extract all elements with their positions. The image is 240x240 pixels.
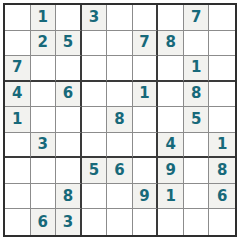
cell-r4c2[interactable]: [31, 82, 57, 108]
cell-r7c9: 8: [209, 158, 235, 184]
cell-r4c7[interactable]: [158, 82, 184, 108]
cell-r2c3: 5: [56, 31, 82, 57]
cell-r1c8: 7: [184, 5, 210, 31]
cell-r3c9[interactable]: [209, 56, 235, 82]
cell-r1c1[interactable]: [5, 5, 31, 31]
cell-r4c9[interactable]: [209, 82, 235, 108]
cell-r6c5[interactable]: [107, 133, 133, 159]
cell-r1c4: 3: [82, 5, 108, 31]
cell-r5c5: 8: [107, 107, 133, 133]
cell-r2c1[interactable]: [5, 31, 31, 57]
cell-r4c5[interactable]: [107, 82, 133, 108]
cell-r9c9[interactable]: [209, 209, 235, 235]
cell-r5c6[interactable]: [133, 107, 159, 133]
cell-r6c1[interactable]: [5, 133, 31, 159]
cell-r8c5[interactable]: [107, 184, 133, 210]
cell-r1c6[interactable]: [133, 5, 159, 31]
cell-r1c5[interactable]: [107, 5, 133, 31]
cell-r7c7: 9: [158, 158, 184, 184]
cell-r1c2: 1: [31, 5, 57, 31]
cell-r7c8[interactable]: [184, 158, 210, 184]
cell-r2c9[interactable]: [209, 31, 235, 57]
cell-r9c7[interactable]: [158, 209, 184, 235]
cell-r6c6[interactable]: [133, 133, 159, 159]
cell-r6c9: 1: [209, 133, 235, 159]
cell-r2c2: 2: [31, 31, 57, 57]
cell-r6c8[interactable]: [184, 133, 210, 159]
cell-r5c1: 1: [5, 107, 31, 133]
cell-r7c3[interactable]: [56, 158, 82, 184]
cell-r3c7[interactable]: [158, 56, 184, 82]
cell-r4c8: 8: [184, 82, 210, 108]
cell-r3c4[interactable]: [82, 56, 108, 82]
cell-r8c9: 6: [209, 184, 235, 210]
cell-r3c3[interactable]: [56, 56, 82, 82]
cell-r4c1: 4: [5, 82, 31, 108]
cell-r8c3: 8: [56, 184, 82, 210]
cell-r9c6[interactable]: [133, 209, 159, 235]
cell-r1c3[interactable]: [56, 5, 82, 31]
cell-r5c9[interactable]: [209, 107, 235, 133]
cell-r2c8[interactable]: [184, 31, 210, 57]
cell-r3c6[interactable]: [133, 56, 159, 82]
cell-r8c2[interactable]: [31, 184, 57, 210]
cell-r3c5[interactable]: [107, 56, 133, 82]
cell-r7c4: 5: [82, 158, 108, 184]
cell-r1c9[interactable]: [209, 5, 235, 31]
cell-r5c4[interactable]: [82, 107, 108, 133]
cell-r6c2: 3: [31, 133, 57, 159]
cell-r7c1[interactable]: [5, 158, 31, 184]
cell-r8c7: 1: [158, 184, 184, 210]
cell-r4c6: 1: [133, 82, 159, 108]
cell-r9c8[interactable]: [184, 209, 210, 235]
cell-r7c6[interactable]: [133, 158, 159, 184]
cell-r8c1[interactable]: [5, 184, 31, 210]
cell-r3c2[interactable]: [31, 56, 57, 82]
cell-r8c8[interactable]: [184, 184, 210, 210]
cell-r7c5: 6: [107, 158, 133, 184]
cell-r8c4[interactable]: [82, 184, 108, 210]
cell-r1c7[interactable]: [158, 5, 184, 31]
sudoku-board: 13725787146181853415698891663: [3, 3, 237, 237]
cell-r6c4[interactable]: [82, 133, 108, 159]
cell-r6c3[interactable]: [56, 133, 82, 159]
cell-r4c3: 6: [56, 82, 82, 108]
cell-r5c7[interactable]: [158, 107, 184, 133]
cell-r5c3[interactable]: [56, 107, 82, 133]
cell-r2c6: 7: [133, 31, 159, 57]
cell-r9c3: 3: [56, 209, 82, 235]
cell-r3c1: 7: [5, 56, 31, 82]
cell-r4c4[interactable]: [82, 82, 108, 108]
cell-r9c5[interactable]: [107, 209, 133, 235]
cell-r9c1[interactable]: [5, 209, 31, 235]
cell-r2c5[interactable]: [107, 31, 133, 57]
cell-r2c7: 8: [158, 31, 184, 57]
cell-r2c4[interactable]: [82, 31, 108, 57]
cell-r9c2: 6: [31, 209, 57, 235]
cell-r5c8: 5: [184, 107, 210, 133]
cell-r3c8: 1: [184, 56, 210, 82]
cell-r9c4[interactable]: [82, 209, 108, 235]
page-background: 13725787146181853415698891663: [0, 0, 240, 240]
cell-r7c2[interactable]: [31, 158, 57, 184]
cell-r8c6: 9: [133, 184, 159, 210]
cell-r6c7: 4: [158, 133, 184, 159]
cell-r5c2[interactable]: [31, 107, 57, 133]
